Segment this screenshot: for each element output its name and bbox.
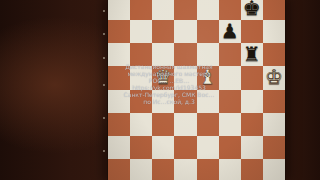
board-square-h2[interactable] xyxy=(263,136,285,159)
board-square-h3[interactable] xyxy=(263,113,285,136)
board-square-d2[interactable] xyxy=(174,136,196,159)
board-square-e5[interactable]: ♝ xyxy=(197,66,219,89)
chess-board: ♚♟♜♛♝♚ xyxy=(108,0,285,180)
board-square-e4[interactable] xyxy=(197,90,219,113)
board-square-f4[interactable] xyxy=(219,90,241,113)
board-square-h7[interactable] xyxy=(263,20,285,43)
board-square-d7[interactable] xyxy=(174,20,196,43)
board-square-d1[interactable] xyxy=(174,159,196,180)
board-square-b1[interactable] xyxy=(130,159,152,180)
board-square-f1[interactable] xyxy=(219,159,241,180)
board-square-c2[interactable] xyxy=(152,136,174,159)
board-square-d8[interactable] xyxy=(174,0,196,20)
board-square-g6[interactable]: ♜ xyxy=(241,43,263,66)
board-square-f3[interactable] xyxy=(219,113,241,136)
board-square-d6[interactable] xyxy=(174,43,196,66)
board-square-b2[interactable] xyxy=(130,136,152,159)
board-square-g8[interactable]: ♚ xyxy=(241,0,263,20)
board-square-e2[interactable] xyxy=(197,136,219,159)
black-pawn[interactable]: ♟ xyxy=(221,21,239,41)
board-square-c6[interactable] xyxy=(152,43,174,66)
board-square-a1[interactable] xyxy=(108,159,130,180)
board-square-a3[interactable] xyxy=(108,113,130,136)
reflection-dot xyxy=(103,117,105,119)
board-square-g3[interactable] xyxy=(241,113,263,136)
board-square-c7[interactable] xyxy=(152,20,174,43)
board-square-h6[interactable] xyxy=(263,43,285,66)
board-square-d3[interactable] xyxy=(174,113,196,136)
board-square-e3[interactable] xyxy=(197,113,219,136)
board-square-c5[interactable]: ♛ xyxy=(152,66,174,89)
reflection-dot xyxy=(103,33,105,35)
white-king[interactable]: ♚ xyxy=(265,67,283,87)
board-square-c8[interactable] xyxy=(152,0,174,20)
board-square-e1[interactable] xyxy=(197,159,219,180)
board-square-h8[interactable] xyxy=(263,0,285,20)
black-rook[interactable]: ♜ xyxy=(243,44,261,64)
board-square-h4[interactable] xyxy=(263,90,285,113)
board-square-f8[interactable] xyxy=(219,0,241,20)
board-square-b7[interactable] xyxy=(130,20,152,43)
board-square-f7[interactable]: ♟ xyxy=(219,20,241,43)
board-square-b6[interactable] xyxy=(130,43,152,66)
black-king[interactable]: ♚ xyxy=(243,0,261,18)
board-square-g1[interactable] xyxy=(241,159,263,180)
board-square-e6[interactable] xyxy=(197,43,219,66)
board-square-a2[interactable] xyxy=(108,136,130,159)
white-queen[interactable]: ♛ xyxy=(154,67,172,87)
board-square-g2[interactable] xyxy=(241,136,263,159)
board-square-a8[interactable] xyxy=(108,0,130,20)
board-square-c4[interactable] xyxy=(152,90,174,113)
board-square-h5[interactable]: ♚ xyxy=(263,66,285,89)
board-square-a5[interactable] xyxy=(108,66,130,89)
board-square-d5[interactable] xyxy=(174,66,196,89)
board-square-a6[interactable] xyxy=(108,43,130,66)
board-square-e8[interactable] xyxy=(197,0,219,20)
board-square-a4[interactable] xyxy=(108,90,130,113)
board-square-f5[interactable] xyxy=(219,66,241,89)
reflection-dot xyxy=(103,57,105,59)
white-bishop[interactable]: ♝ xyxy=(199,67,217,87)
board-square-f6[interactable] xyxy=(219,43,241,66)
board-square-g4[interactable] xyxy=(241,90,263,113)
board-square-g5[interactable] xyxy=(241,66,263,89)
board-square-b5[interactable] xyxy=(130,66,152,89)
board-square-d4[interactable] xyxy=(174,90,196,113)
board-square-b3[interactable] xyxy=(130,113,152,136)
board-square-b8[interactable] xyxy=(130,0,152,20)
video-frame: ♚♟♜♛♝♚ Дистанционная шахматная междунаро… xyxy=(0,0,320,180)
board-square-c3[interactable] xyxy=(152,113,174,136)
board-square-a7[interactable] xyxy=(108,20,130,43)
board-square-b4[interactable] xyxy=(130,90,152,113)
board-square-c1[interactable] xyxy=(152,159,174,180)
board-square-g7[interactable] xyxy=(241,20,263,43)
reflection-dot xyxy=(103,150,105,152)
reflection-dot xyxy=(103,10,105,12)
board-square-h1[interactable] xyxy=(263,159,285,180)
reflection-dot xyxy=(103,84,105,86)
board-square-e7[interactable] xyxy=(197,20,219,43)
board-square-f2[interactable] xyxy=(219,136,241,159)
